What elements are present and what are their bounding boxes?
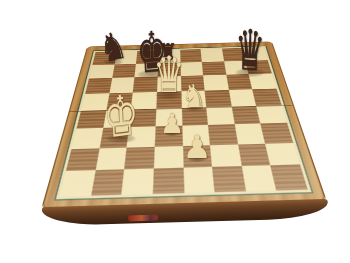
square-h1[interactable] (271, 165, 308, 191)
square-f8[interactable] (201, 49, 224, 62)
square-f3[interactable] (208, 124, 238, 145)
white-pawn-e3-e3[interactable]: ♟ (183, 131, 212, 163)
square-a4[interactable] (76, 110, 106, 129)
square-f5[interactable] (205, 90, 232, 107)
square-f7[interactable] (202, 61, 226, 75)
white-pawn-d4-d4[interactable]: ♟ (160, 110, 184, 137)
square-f1[interactable] (212, 166, 245, 192)
chessboard-photo: ♞♜♚♛♛♞♟♟♚ (0, 0, 350, 263)
white-king-b3[interactable]: ♚ (102, 87, 140, 147)
square-b1[interactable] (91, 170, 125, 196)
front-edge-decal (128, 215, 158, 222)
square-h2[interactable] (266, 143, 301, 166)
square-h3[interactable] (261, 123, 293, 144)
white-knight-e5[interactable]: ♞ (182, 80, 206, 112)
square-d2[interactable] (154, 146, 183, 169)
square-e1[interactable] (183, 167, 215, 193)
white-queen-d6[interactable]: ♛ (153, 50, 184, 100)
square-f2[interactable] (210, 144, 241, 167)
square-a1[interactable] (60, 171, 96, 197)
square-b2[interactable] (95, 147, 127, 170)
square-c2[interactable] (124, 147, 154, 170)
square-f4[interactable] (206, 106, 234, 125)
black-knight-b8[interactable]: ♞ (97, 25, 129, 68)
square-h5[interactable] (253, 89, 282, 106)
black-queen-h8[interactable]: ♛ (234, 22, 265, 80)
square-h4[interactable] (256, 105, 287, 124)
square-a2[interactable] (66, 148, 99, 171)
square-c1[interactable] (122, 169, 154, 195)
square-a3[interactable] (71, 128, 102, 149)
square-d1[interactable] (153, 168, 184, 194)
square-f6[interactable] (203, 75, 228, 91)
